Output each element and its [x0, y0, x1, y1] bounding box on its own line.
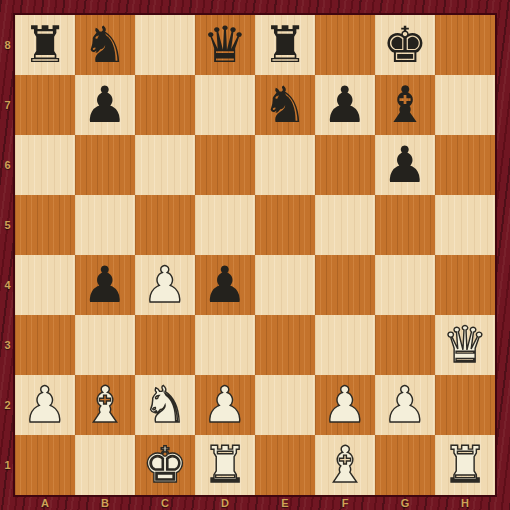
- rank-label-1: 1: [0, 435, 15, 495]
- black-pawn[interactable]: ♟: [323, 76, 368, 134]
- square-f1[interactable]: ♝: [315, 435, 375, 495]
- square-c4[interactable]: ♟: [135, 255, 195, 315]
- rank-label-7: 7: [0, 75, 15, 135]
- square-h6[interactable]: [435, 135, 495, 195]
- square-e1[interactable]: [255, 435, 315, 495]
- file-label-h: H: [435, 495, 495, 510]
- square-a8[interactable]: ♜: [15, 15, 75, 75]
- black-knight[interactable]: ♞: [83, 16, 128, 74]
- square-c2[interactable]: ♞: [135, 375, 195, 435]
- square-a6[interactable]: [15, 135, 75, 195]
- black-pawn[interactable]: ♟: [203, 256, 248, 314]
- black-knight[interactable]: ♞: [263, 76, 308, 134]
- square-b1[interactable]: [75, 435, 135, 495]
- square-d3[interactable]: [195, 315, 255, 375]
- board-frame: ♜♞♛♜♚♟♞♟♝♟♟♟♟♛♟♝♞♟♟♟♚♜♝♜ 87654321ABCDEFG…: [0, 0, 510, 510]
- white-pawn[interactable]: ♟: [143, 256, 188, 314]
- square-c8[interactable]: [135, 15, 195, 75]
- white-rook[interactable]: ♜: [203, 436, 248, 494]
- rank-label-6: 6: [0, 135, 15, 195]
- square-g1[interactable]: [375, 435, 435, 495]
- square-d8[interactable]: ♛: [195, 15, 255, 75]
- black-pawn[interactable]: ♟: [83, 256, 128, 314]
- square-b5[interactable]: [75, 195, 135, 255]
- square-d5[interactable]: [195, 195, 255, 255]
- square-g7[interactable]: ♝: [375, 75, 435, 135]
- square-f8[interactable]: [315, 15, 375, 75]
- white-bishop[interactable]: ♝: [323, 436, 368, 494]
- black-pawn[interactable]: ♟: [383, 136, 428, 194]
- square-a3[interactable]: [15, 315, 75, 375]
- square-h2[interactable]: [435, 375, 495, 435]
- square-e4[interactable]: [255, 255, 315, 315]
- square-g6[interactable]: ♟: [375, 135, 435, 195]
- square-h3[interactable]: ♛: [435, 315, 495, 375]
- square-e2[interactable]: [255, 375, 315, 435]
- square-a2[interactable]: ♟: [15, 375, 75, 435]
- file-label-d: D: [195, 495, 255, 510]
- rank-label-3: 3: [0, 315, 15, 375]
- black-rook[interactable]: ♜: [23, 16, 68, 74]
- square-c6[interactable]: [135, 135, 195, 195]
- square-a5[interactable]: [15, 195, 75, 255]
- square-f5[interactable]: [315, 195, 375, 255]
- square-e8[interactable]: ♜: [255, 15, 315, 75]
- square-g2[interactable]: ♟: [375, 375, 435, 435]
- square-f4[interactable]: [315, 255, 375, 315]
- black-king[interactable]: ♚: [383, 16, 428, 74]
- black-queen[interactable]: ♛: [203, 16, 248, 74]
- square-b3[interactable]: [75, 315, 135, 375]
- square-b8[interactable]: ♞: [75, 15, 135, 75]
- square-d6[interactable]: [195, 135, 255, 195]
- black-pawn[interactable]: ♟: [83, 76, 128, 134]
- white-pawn[interactable]: ♟: [203, 376, 248, 434]
- square-e5[interactable]: [255, 195, 315, 255]
- square-f2[interactable]: ♟: [315, 375, 375, 435]
- white-queen[interactable]: ♛: [443, 316, 488, 374]
- square-f6[interactable]: [315, 135, 375, 195]
- rank-label-5: 5: [0, 195, 15, 255]
- square-d1[interactable]: ♜: [195, 435, 255, 495]
- square-h4[interactable]: [435, 255, 495, 315]
- file-label-f: F: [315, 495, 375, 510]
- black-rook[interactable]: ♜: [263, 16, 308, 74]
- square-c5[interactable]: [135, 195, 195, 255]
- black-bishop[interactable]: ♝: [383, 76, 428, 134]
- square-f3[interactable]: [315, 315, 375, 375]
- square-a1[interactable]: [15, 435, 75, 495]
- file-label-g: G: [375, 495, 435, 510]
- square-c1[interactable]: ♚: [135, 435, 195, 495]
- square-h8[interactable]: [435, 15, 495, 75]
- square-b2[interactable]: ♝: [75, 375, 135, 435]
- chessboard: ♜♞♛♜♚♟♞♟♝♟♟♟♟♛♟♝♞♟♟♟♚♜♝♜: [15, 15, 495, 495]
- square-g3[interactable]: [375, 315, 435, 375]
- file-label-a: A: [15, 495, 75, 510]
- square-d4[interactable]: ♟: [195, 255, 255, 315]
- square-h7[interactable]: [435, 75, 495, 135]
- square-a7[interactable]: [15, 75, 75, 135]
- square-h5[interactable]: [435, 195, 495, 255]
- white-knight[interactable]: ♞: [143, 376, 188, 434]
- white-bishop[interactable]: ♝: [83, 376, 128, 434]
- square-g4[interactable]: [375, 255, 435, 315]
- white-king[interactable]: ♚: [143, 436, 188, 494]
- file-label-b: B: [75, 495, 135, 510]
- square-d7[interactable]: [195, 75, 255, 135]
- square-g8[interactable]: ♚: [375, 15, 435, 75]
- rank-label-4: 4: [0, 255, 15, 315]
- white-pawn[interactable]: ♟: [323, 376, 368, 434]
- square-a4[interactable]: [15, 255, 75, 315]
- square-d2[interactable]: ♟: [195, 375, 255, 435]
- square-e6[interactable]: [255, 135, 315, 195]
- square-b6[interactable]: [75, 135, 135, 195]
- white-pawn[interactable]: ♟: [383, 376, 428, 434]
- white-rook[interactable]: ♜: [443, 436, 488, 494]
- square-g5[interactable]: [375, 195, 435, 255]
- file-label-e: E: [255, 495, 315, 510]
- square-e3[interactable]: [255, 315, 315, 375]
- square-c7[interactable]: [135, 75, 195, 135]
- square-b7[interactable]: ♟: [75, 75, 135, 135]
- square-h1[interactable]: ♜: [435, 435, 495, 495]
- file-label-c: C: [135, 495, 195, 510]
- square-b4[interactable]: ♟: [75, 255, 135, 315]
- white-pawn[interactable]: ♟: [23, 376, 68, 434]
- square-e7[interactable]: ♞: [255, 75, 315, 135]
- square-c3[interactable]: [135, 315, 195, 375]
- square-f7[interactable]: ♟: [315, 75, 375, 135]
- rank-label-8: 8: [0, 15, 15, 75]
- rank-label-2: 2: [0, 375, 15, 435]
